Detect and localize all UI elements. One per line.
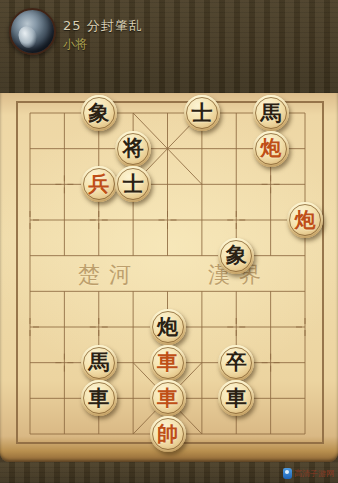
watermark-logo-icon — [283, 468, 292, 479]
piece-black-士[interactable]: 士 — [184, 95, 220, 131]
watermark: 高清子游网 — [283, 467, 334, 480]
piece-character: 車 — [157, 387, 178, 408]
level-title: 25 分封肇乱 — [63, 17, 143, 35]
piece-character: 馬 — [260, 102, 281, 123]
player-avatar[interactable] — [9, 8, 56, 55]
piece-character: 車 — [88, 387, 109, 408]
player-rank: 小将 — [63, 36, 87, 53]
piece-black-馬[interactable]: 馬 — [81, 345, 117, 381]
piece-red-帥[interactable]: 帥 — [150, 416, 186, 452]
piece-black-車[interactable]: 車 — [81, 380, 117, 416]
piece-character: 士 — [191, 102, 212, 123]
piece-black-象[interactable]: 象 — [81, 95, 117, 131]
piece-black-将[interactable]: 将 — [115, 131, 151, 167]
piece-character: 兵 — [88, 173, 109, 194]
piece-character: 炮 — [295, 209, 316, 230]
piece-character: 車 — [226, 387, 247, 408]
watermark-text: 高清子游网 — [294, 468, 334, 479]
piece-character: 象 — [226, 244, 247, 265]
piece-character: 炮 — [260, 137, 281, 158]
piece-character: 士 — [123, 173, 144, 194]
piece-black-炮[interactable]: 炮 — [150, 309, 186, 345]
piece-character: 馬 — [88, 351, 109, 372]
piece-character: 象 — [88, 102, 109, 123]
piece-character: 車 — [157, 351, 178, 372]
piece-character: 卒 — [226, 351, 247, 372]
app-window: 25 分封肇乱 小将 楚河 漢界 象士馬将炮兵士炮象炮馬車卒車車車帥 高清子游网 — [0, 0, 338, 483]
piece-red-兵[interactable]: 兵 — [81, 166, 117, 202]
header-bar: 25 分封肇乱 小将 — [0, 0, 338, 93]
piece-red-車[interactable]: 車 — [150, 380, 186, 416]
piece-black-卒[interactable]: 卒 — [218, 345, 254, 381]
piece-character: 炮 — [157, 316, 178, 337]
piece-red-炮[interactable]: 炮 — [287, 202, 323, 238]
river-label-left: 楚河 — [78, 260, 140, 290]
piece-black-象[interactable]: 象 — [218, 238, 254, 274]
piece-black-馬[interactable]: 馬 — [253, 95, 289, 131]
piece-red-車[interactable]: 車 — [150, 345, 186, 381]
xiangqi-board[interactable]: 楚河 漢界 象士馬将炮兵士炮象炮馬車卒車車車帥 — [0, 93, 338, 462]
piece-red-炮[interactable]: 炮 — [253, 131, 289, 167]
piece-character: 帥 — [157, 423, 178, 444]
piece-character: 将 — [123, 137, 144, 158]
